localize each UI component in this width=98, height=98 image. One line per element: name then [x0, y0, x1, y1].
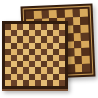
draughts-board-squares	[5, 24, 65, 86]
square	[59, 80, 65, 86]
square	[82, 64, 90, 72]
product-photo-background	[0, 0, 98, 98]
draughts-board-10x10	[2, 21, 68, 91]
